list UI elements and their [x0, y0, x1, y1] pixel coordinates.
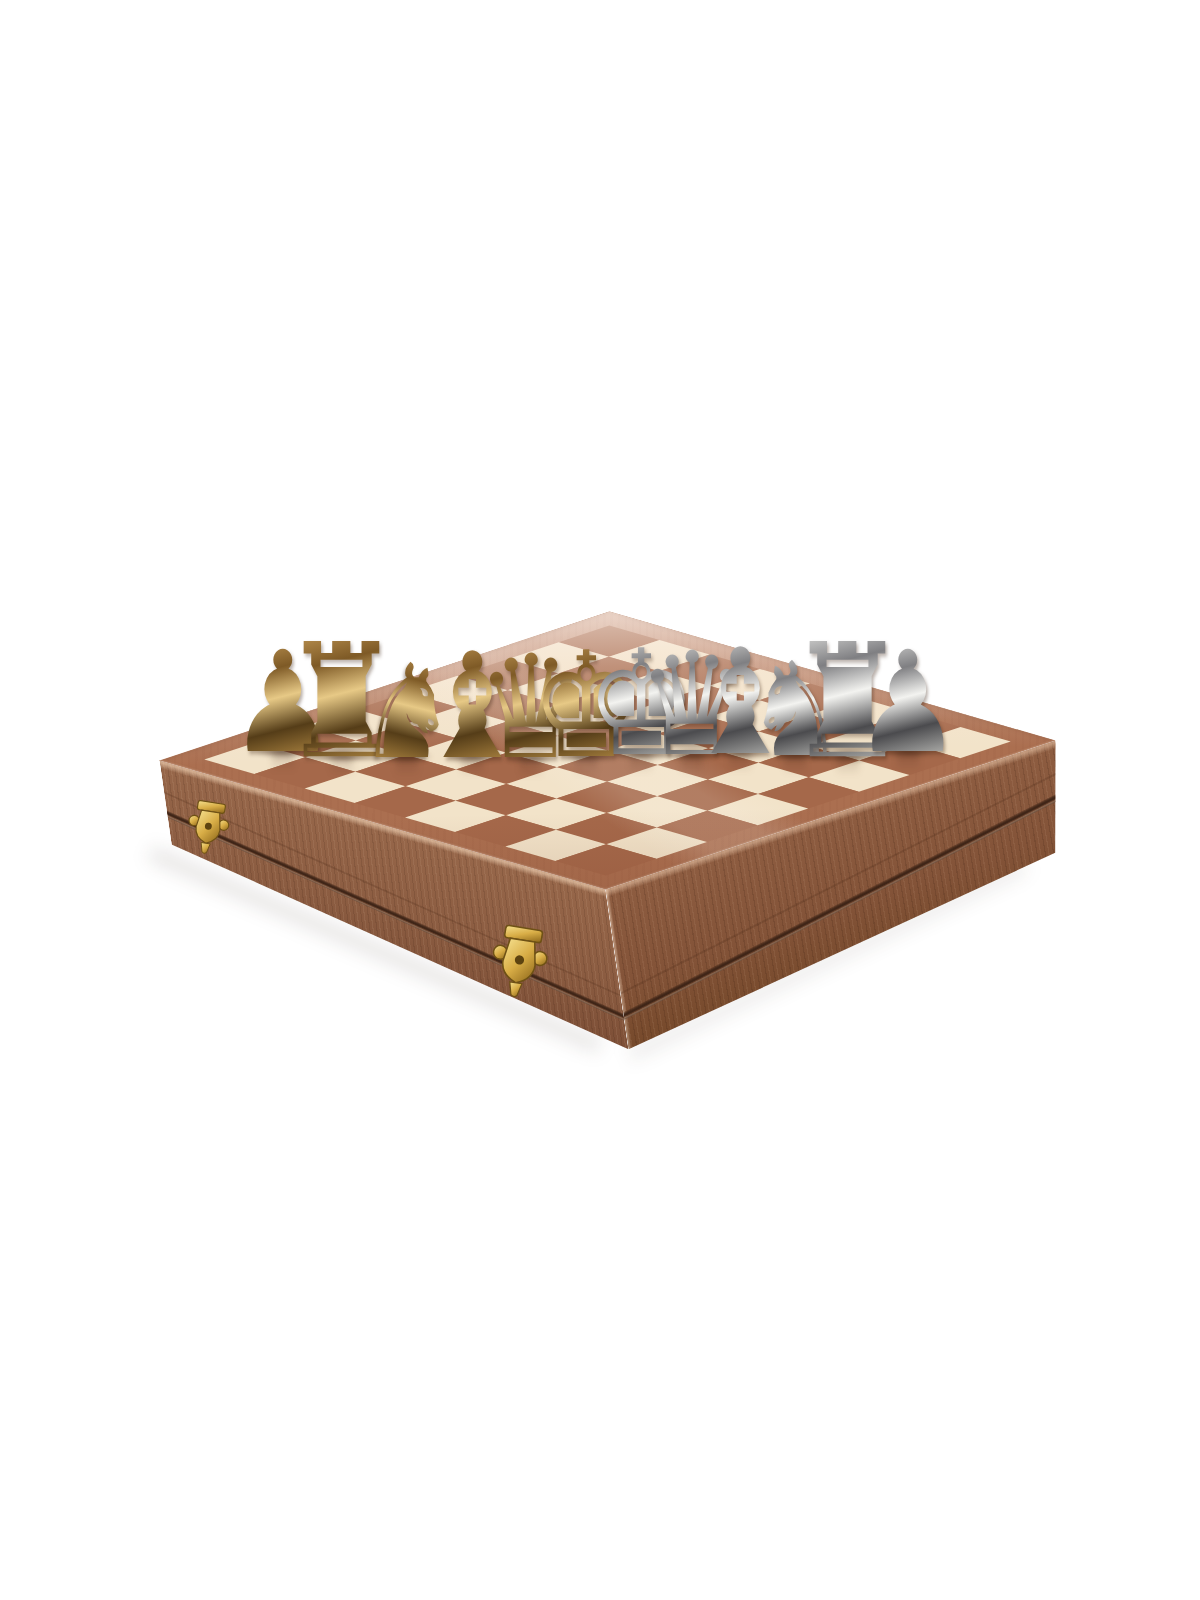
brass-latch-left — [181, 797, 235, 859]
brass-latch-front — [483, 922, 556, 1005]
product-photo-stage: ♟♜♞♝♛♚♚♛♝♞♜♟ — [0, 0, 1200, 1600]
